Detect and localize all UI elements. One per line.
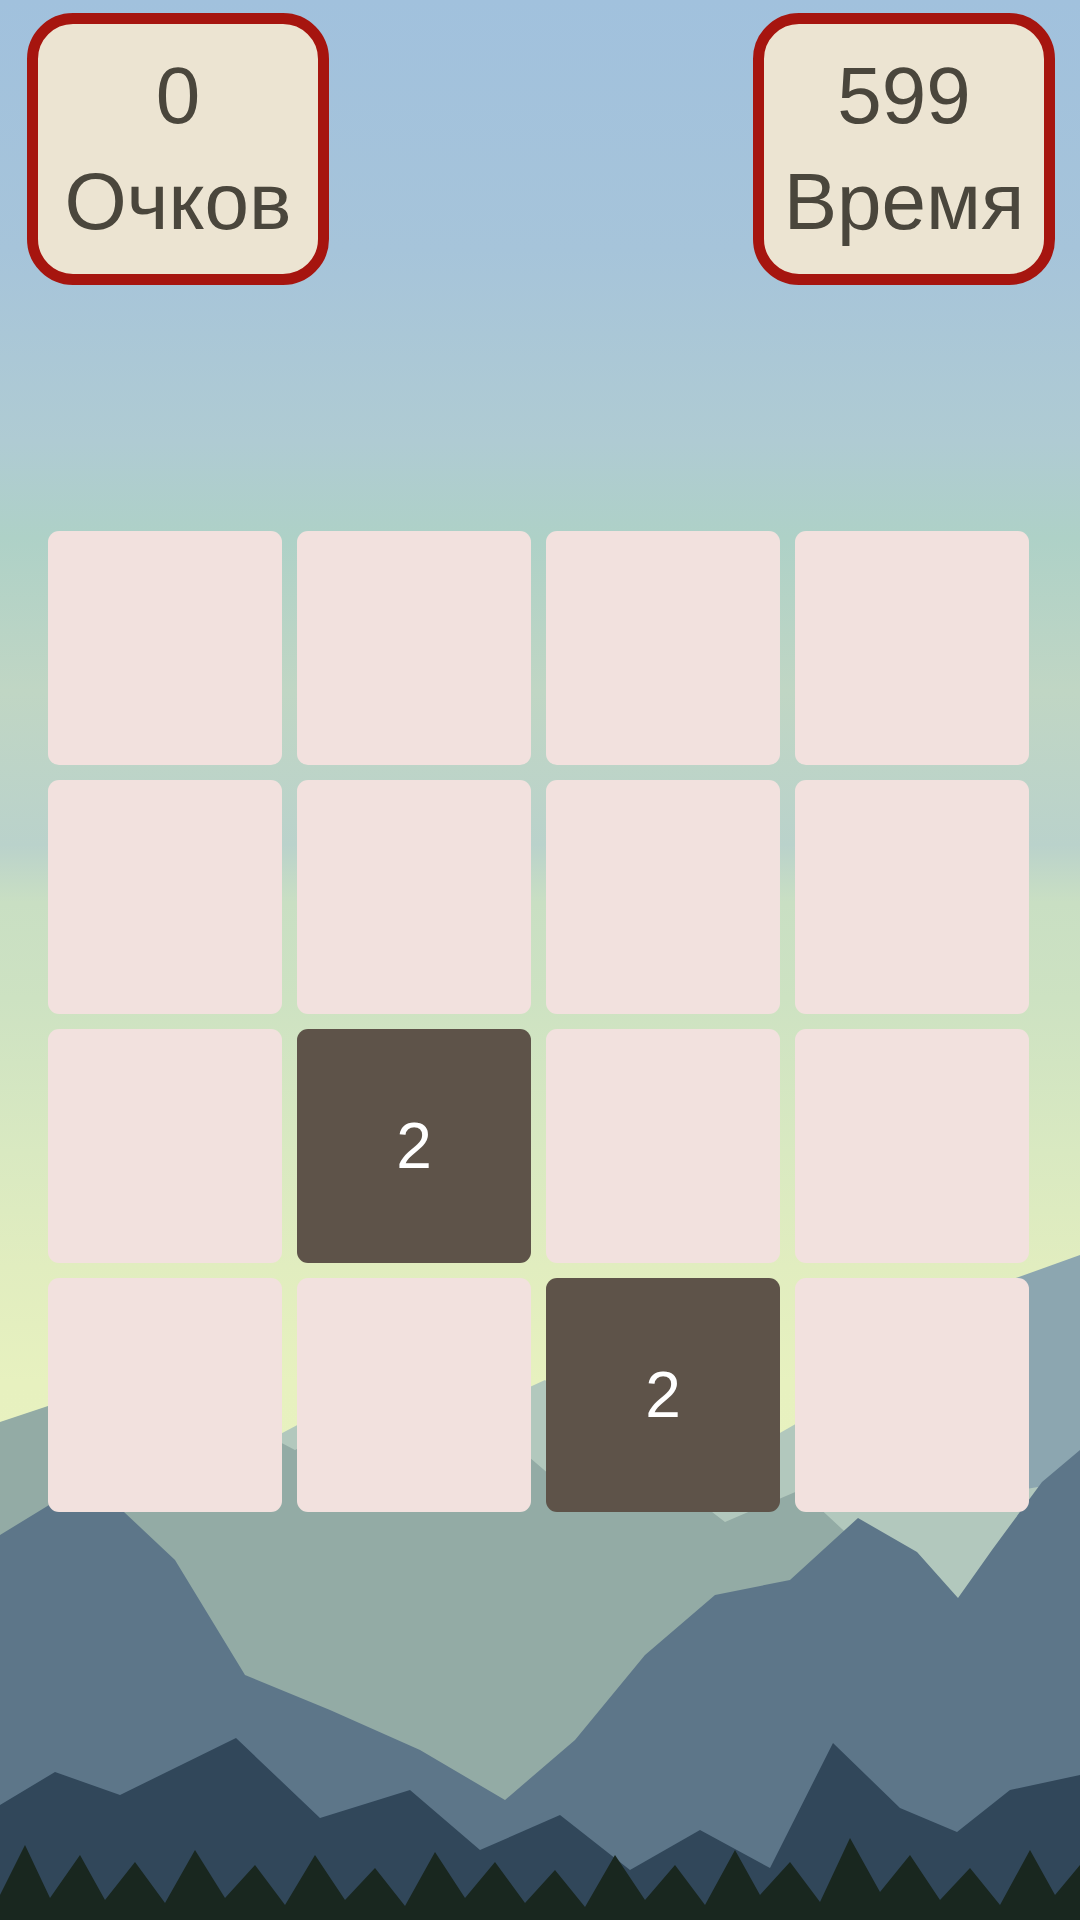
tile-2-r4c3: 2 (546, 1278, 780, 1512)
board-cell-r2c4 (795, 780, 1029, 1014)
board-cell-r2c2 (297, 780, 531, 1014)
board-cell-r2c3 (546, 780, 780, 1014)
game-board[interactable]: 2 2 (48, 531, 1029, 1512)
game-screen: 0 Очков 599 Время 2 2 (0, 0, 1080, 1920)
board-cell-r2c1 (48, 780, 282, 1014)
timer-value: 599 (837, 43, 970, 149)
board-cell-r3c3 (546, 1029, 780, 1263)
board-cell-r4c4 (795, 1278, 1029, 1512)
board-cell-r4c1 (48, 1278, 282, 1512)
timer-panel: 599 Время (753, 13, 1055, 285)
score-panel: 0 Очков (27, 13, 329, 285)
board-cell-r1c3 (546, 531, 780, 765)
board-cell-r1c2 (297, 531, 531, 765)
board-cell-r1c4 (795, 531, 1029, 765)
score-label: Очков (65, 149, 292, 255)
score-value: 0 (156, 43, 201, 149)
board-cell-r3c1 (48, 1029, 282, 1263)
board-cell-r4c2 (297, 1278, 531, 1512)
tile-2-r3c2: 2 (297, 1029, 531, 1263)
board-cell-r3c4 (795, 1029, 1029, 1263)
board-cell-r1c1 (48, 531, 282, 765)
timer-label: Время (784, 149, 1025, 255)
